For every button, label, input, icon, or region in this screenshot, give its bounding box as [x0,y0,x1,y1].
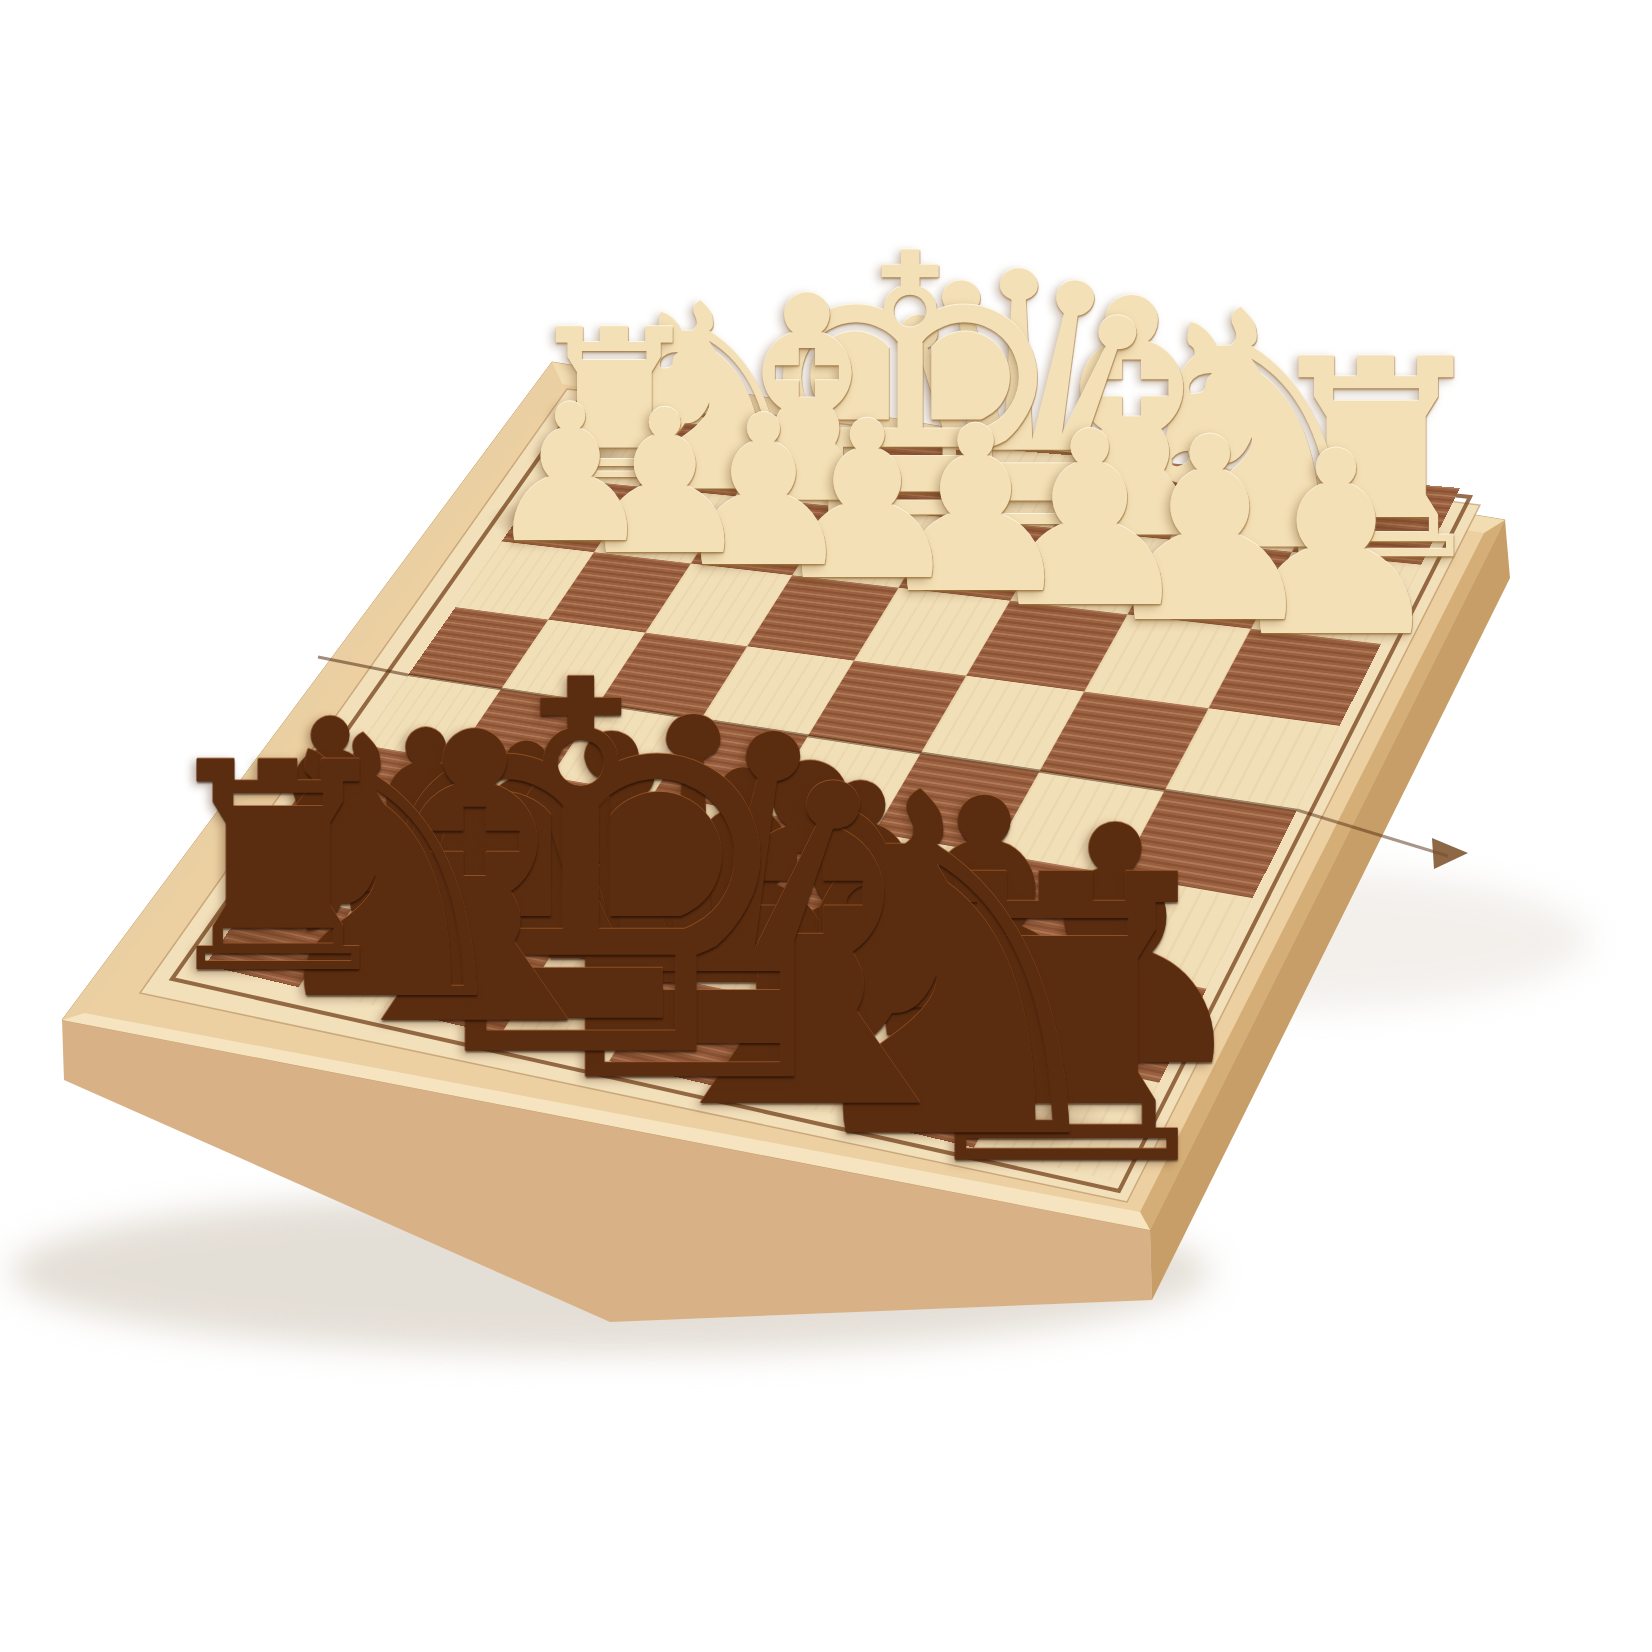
chess-set-photo: ♜♞♝♛♚♝♞♜♟♟♟♟♟♟♟♟♟♟♟♟♟♟♟♟♜♞♝♛♚♝♞♜ [0,0,1652,1652]
